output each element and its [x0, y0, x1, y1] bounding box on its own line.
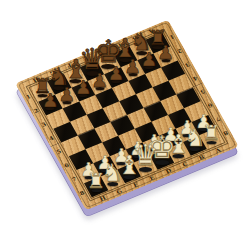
piece-black-pawn-d2[interactable]: ♟ [108, 64, 125, 83]
piece-black-pawn-b2[interactable]: ♟ [140, 50, 157, 69]
felt-base [95, 87, 104, 90]
rank-label-left-3: 3 [40, 121, 47, 127]
file-label-bottom-d: D [165, 167, 173, 174]
rank-label-left-1: 1 [25, 94, 32, 100]
felt-base [46, 107, 55, 110]
piece-black-pawn-f2[interactable]: ♟ [75, 78, 92, 97]
rank-label-right-4: 4 [192, 74, 199, 80]
file-label-bottom-h: H [99, 195, 107, 202]
felt-base [123, 175, 135, 179]
rank-label-right-3: 3 [184, 61, 191, 67]
rank-label-right-6: 6 [207, 102, 214, 108]
rank-label-right-5: 5 [199, 88, 206, 94]
piece-black-pawn-h2[interactable]: ♟ [42, 91, 59, 110]
rank-label-right-8: 8 [222, 129, 229, 135]
file-label-bottom-a: A [214, 147, 221, 154]
rank-label-left-5: 5 [56, 148, 63, 154]
chess-set-photo: 11HH22GG33FF44EE55DD66CC77BB88AA ♜♞♝♛♚♝♞… [0, 0, 250, 250]
felt-base [62, 101, 71, 104]
file-label-bottom-b: B [198, 154, 205, 161]
rank-label-right-1: 1 [169, 33, 176, 39]
file-label-bottom-f: F [132, 181, 139, 187]
piece-black-pawn-g2[interactable]: ♟ [58, 85, 75, 104]
file-label-bottom-c: C [181, 161, 188, 168]
piece-white-rook-h8[interactable]: ♜ [87, 171, 106, 192]
felt-base [145, 66, 154, 69]
felt-base [139, 167, 152, 172]
felt-base [161, 59, 170, 62]
rank-label-left-7: 7 [71, 176, 78, 182]
rank-label-left-2: 2 [33, 107, 40, 113]
felt-base [79, 94, 88, 97]
rank-label-left-6: 6 [63, 162, 70, 168]
rank-label-right-2: 2 [176, 47, 183, 53]
rank-label-left-4: 4 [48, 135, 55, 141]
felt-base [112, 80, 121, 83]
felt-base [128, 73, 137, 76]
file-label-bottom-g: G [115, 188, 122, 195]
piece-black-pawn-e2[interactable]: ♟ [91, 71, 108, 90]
rank-label-left-8: 8 [79, 189, 86, 195]
piece-black-pawn-a2[interactable]: ♟ [157, 43, 174, 62]
file-label-bottom-e: E [149, 174, 156, 180]
piece-black-pawn-c2[interactable]: ♟ [124, 57, 141, 76]
